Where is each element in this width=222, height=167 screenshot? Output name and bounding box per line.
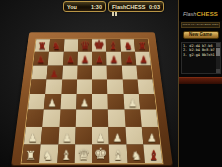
black-bishop[interactable]: ♝: [145, 149, 163, 162]
square-h7[interactable]: ♟: [135, 52, 151, 65]
black-king[interactable]: ♚: [92, 39, 106, 51]
black-pawn[interactable]: ♟: [63, 55, 78, 64]
logo-tagline: WWW.FLASHCHESS.COM: [181, 22, 220, 28]
square-a4[interactable]: [28, 94, 45, 110]
player-clock: You 1:30: [63, 1, 106, 12]
board-area: ♜♞♛♚♝♞♜♟♟♟♟♟♟♟♟♟♟♟♟♟♟♟♟♜♞♝♛♚♝♞♝: [8, 12, 176, 164]
square-g6[interactable]: [121, 65, 137, 79]
white-queen[interactable]: ♛: [74, 148, 92, 162]
square-d5[interactable]: [76, 79, 92, 94]
white-pawn[interactable]: ♟: [58, 132, 75, 143]
white-bishop[interactable]: ♝: [57, 149, 75, 162]
chess-board: ♜♞♛♚♝♞♜♟♟♟♟♟♟♟♟♟♟♟♟♟♟♟♟♜♞♝♛♚♝♞♝: [22, 39, 163, 163]
square-g2[interactable]: [125, 126, 143, 144]
sidebar-divider: [179, 77, 222, 84]
square-e6[interactable]: [92, 65, 107, 79]
square-b3[interactable]: [43, 110, 60, 127]
black-pawn[interactable]: ♟: [33, 55, 48, 64]
square-g7[interactable]: ♟: [121, 52, 136, 65]
square-c4[interactable]: [60, 94, 76, 110]
square-f6[interactable]: [107, 65, 123, 79]
square-f1[interactable]: ♝: [109, 144, 127, 163]
square-e2[interactable]: ♟: [92, 126, 109, 144]
square-e7[interactable]: ♟: [92, 52, 107, 65]
white-king[interactable]: ♚: [92, 147, 110, 162]
square-d8[interactable]: ♛: [78, 39, 92, 52]
player-clock-label: You: [67, 4, 77, 10]
logo-chess-text: CHESS: [196, 11, 218, 17]
square-c8[interactable]: [63, 39, 78, 52]
white-pawn[interactable]: ♟: [109, 132, 126, 143]
square-e8[interactable]: ♚: [92, 39, 106, 52]
square-g8[interactable]: ♞: [120, 39, 135, 52]
black-bishop[interactable]: ♝: [106, 40, 120, 51]
square-b7[interactable]: [48, 52, 63, 65]
move-list-scrollbar[interactable]: [216, 43, 220, 73]
logo-flash-text: Flash: [183, 11, 196, 17]
square-b6[interactable]: ♟: [47, 65, 63, 79]
white-pawn[interactable]: ♟: [92, 132, 109, 143]
square-a3[interactable]: [26, 110, 44, 127]
square-c1[interactable]: ♝: [57, 144, 75, 163]
square-a1[interactable]: ♜: [22, 144, 41, 163]
square-c7[interactable]: ♟: [63, 52, 78, 65]
square-f3[interactable]: [108, 110, 125, 127]
square-e4[interactable]: [92, 94, 108, 110]
move-list-box: 1. d2-d4 b7-b62. b2-b4 Bc8-b73. g2-g4 Bb…: [181, 42, 221, 74]
white-pawn[interactable]: ♟: [76, 99, 92, 109]
white-bishop[interactable]: ♝: [110, 149, 128, 162]
black-queen[interactable]: ♛: [78, 40, 92, 52]
white-pawn[interactable]: ♟: [24, 132, 41, 143]
engine-clock-label: FlashCHESS: [112, 4, 145, 10]
square-a2[interactable]: ♟: [24, 126, 43, 144]
square-c3[interactable]: [59, 110, 76, 127]
square-g4[interactable]: ♟: [123, 94, 140, 110]
square-d4[interactable]: ♟: [76, 94, 92, 110]
sidebar-panel: FlashCHESS WWW.FLASHCHESS.COM New Game 1…: [178, 0, 222, 167]
square-c6[interactable]: [62, 65, 78, 79]
square-f2[interactable]: ♟: [108, 126, 126, 144]
white-pawn[interactable]: ♟: [124, 99, 140, 109]
square-g1[interactable]: ♞: [126, 144, 145, 163]
board-frame: ♜♞♛♚♝♞♜♟♟♟♟♟♟♟♟♟♟♟♟♟♟♟♟♜♞♝♛♚♝♞♝: [11, 32, 173, 165]
engine-clock-time: 0:03: [149, 4, 160, 10]
square-h5[interactable]: [137, 79, 154, 94]
square-a8[interactable]: ♜: [35, 39, 50, 52]
square-f8[interactable]: ♝: [106, 39, 121, 52]
app-window: You 1:30 FlashCHESS 0:03 ♜♞♛♚♝♞♜♟♟♟♟♟♟♟♟…: [0, 0, 222, 167]
white-rook[interactable]: ♜: [22, 150, 40, 162]
square-b1[interactable]: ♞: [39, 144, 58, 163]
square-d7[interactable]: ♟: [77, 52, 92, 65]
square-b5[interactable]: [45, 79, 61, 94]
new-game-button[interactable]: New Game: [183, 31, 219, 39]
square-f5[interactable]: [107, 79, 123, 94]
square-c5[interactable]: [61, 79, 77, 94]
engine-clock: FlashCHESS 0:03: [108, 1, 164, 12]
white-knight[interactable]: ♞: [39, 150, 57, 162]
scroll-down-arrow[interactable]: [216, 69, 220, 73]
black-pawn[interactable]: ♟: [121, 55, 136, 64]
square-h3[interactable]: [140, 110, 158, 127]
square-e1[interactable]: ♚: [92, 144, 110, 163]
move-row: 2. b2-b4 Bc8-b7: [183, 48, 215, 53]
white-pawn[interactable]: ♟: [44, 99, 60, 109]
square-c2[interactable]: ♟: [58, 126, 76, 144]
square-f7[interactable]: ♟: [106, 52, 121, 65]
square-d2[interactable]: [75, 126, 92, 144]
black-pawn[interactable]: ♟: [47, 69, 62, 79]
square-d6[interactable]: [77, 65, 92, 79]
scroll-thumb[interactable]: [216, 48, 220, 56]
square-g5[interactable]: [122, 79, 138, 94]
scroll-up-arrow[interactable]: [216, 43, 220, 47]
black-pawn[interactable]: ♟: [107, 55, 122, 64]
square-h4[interactable]: [139, 94, 156, 110]
square-h1[interactable]: ♝: [143, 144, 162, 163]
flashchess-logo: FlashCHESS: [179, 0, 222, 21]
square-h6[interactable]: [136, 65, 152, 79]
white-knight[interactable]: ♞: [127, 150, 145, 162]
square-a5[interactable]: [30, 79, 47, 94]
square-d1[interactable]: ♛: [74, 144, 92, 163]
square-e5[interactable]: [92, 79, 108, 94]
board-inner-border: ♜♞♛♚♝♞♜♟♟♟♟♟♟♟♟♟♟♟♟♟♟♟♟♜♞♝♛♚♝♞♝: [21, 39, 164, 165]
square-h8[interactable]: ♜: [134, 39, 149, 52]
black-pawn[interactable]: ♟: [136, 55, 151, 64]
square-b8[interactable]: ♞: [49, 39, 64, 52]
white-pawn[interactable]: ♟: [143, 132, 160, 143]
square-f4[interactable]: [108, 94, 124, 110]
square-d3[interactable]: [76, 110, 92, 127]
black-rook[interactable]: ♜: [35, 41, 49, 51]
square-b4[interactable]: ♟: [44, 94, 61, 110]
move-row: 3. g2-g4 Bb7xh1: [183, 53, 215, 58]
square-h2[interactable]: ♟: [141, 126, 160, 144]
square-e3[interactable]: [92, 110, 108, 127]
black-rook[interactable]: ♜: [135, 41, 149, 51]
square-b2[interactable]: [41, 126, 59, 144]
square-a7[interactable]: ♟: [33, 52, 49, 65]
square-g3[interactable]: [124, 110, 141, 127]
player-clock-time: 1:30: [91, 4, 102, 10]
square-a6[interactable]: [32, 65, 48, 79]
black-knight[interactable]: ♞: [121, 41, 135, 51]
black-pawn[interactable]: ♟: [77, 55, 92, 64]
black-knight[interactable]: ♞: [49, 41, 63, 51]
black-pawn[interactable]: ♟: [92, 55, 107, 64]
move-list: 1. d2-d4 b7-b62. b2-b4 Bc8-b73. g2-g4 Bb…: [183, 44, 215, 72]
